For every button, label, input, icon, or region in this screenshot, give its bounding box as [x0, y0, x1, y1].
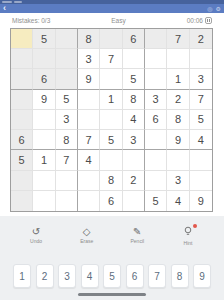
cell-r4c7[interactable]: 3 — [145, 90, 167, 110]
cell-r2c7[interactable] — [145, 49, 167, 69]
cell-r2c1[interactable] — [11, 49, 33, 69]
numpad-4[interactable]: 4 — [81, 264, 99, 288]
cell-r4c2[interactable]: 9 — [33, 90, 55, 110]
cell-r5c2[interactable] — [33, 110, 55, 130]
pencil-icon: ✎ — [133, 226, 141, 237]
lightbulb-icon — [183, 226, 193, 239]
cell-r3c4[interactable]: 9 — [78, 69, 100, 89]
cell-r5c1[interactable] — [11, 110, 33, 130]
cell-r3c3[interactable] — [56, 69, 78, 89]
toolbar: ↺ Undo ◇ Erase ✎ Pencil Hint — [24, 226, 200, 246]
cell-r2c6[interactable] — [123, 49, 145, 69]
cell-r6c8[interactable]: 9 — [167, 130, 189, 150]
cell-r8c9[interactable] — [190, 171, 212, 191]
numpad-5[interactable]: 5 — [103, 264, 121, 288]
cell-r8c4[interactable] — [78, 171, 100, 191]
cell-r9c3[interactable] — [56, 191, 78, 211]
cell-r3c8[interactable]: 1 — [167, 69, 189, 89]
cell-r7c5[interactable] — [100, 150, 122, 170]
hint-label: Hint — [184, 240, 193, 246]
cell-r3c6[interactable]: 5 — [123, 69, 145, 89]
difficulty-label: Easy — [111, 17, 125, 24]
cell-r5c5[interactable] — [100, 110, 122, 130]
undo-button[interactable]: ↺ Undo — [24, 226, 48, 246]
cell-r8c3[interactable] — [56, 171, 78, 191]
cell-r9c7[interactable]: 5 — [145, 191, 167, 211]
cell-r6c9[interactable]: 4 — [190, 130, 212, 150]
info-row: Mistakes: 0/3 Easy 00:06 — [0, 13, 224, 28]
erase-button[interactable]: ◇ Erase — [75, 226, 99, 246]
cell-r6c5[interactable]: 5 — [100, 130, 122, 150]
cell-r5c9[interactable]: 5 — [190, 110, 212, 130]
erase-label: Erase — [80, 238, 93, 244]
cell-r2c3[interactable] — [56, 49, 78, 69]
pause-icon — [209, 19, 210, 22]
cell-r3c1[interactable] — [11, 69, 33, 89]
undo-label: Undo — [30, 238, 42, 244]
cell-r5c6[interactable]: 4 — [123, 110, 145, 130]
cell-r8c5[interactable]: 8 — [100, 171, 122, 191]
numpad-8[interactable]: 8 — [171, 264, 189, 288]
undo-icon: ↺ — [32, 226, 40, 237]
cell-r4c3[interactable]: 5 — [56, 90, 78, 110]
hint-badge — [193, 224, 197, 228]
cell-r2c2[interactable] — [33, 49, 55, 69]
cell-r5c4[interactable] — [78, 110, 100, 130]
cell-r1c2[interactable]: 5 — [33, 29, 55, 49]
cell-r3c7[interactable] — [145, 69, 167, 89]
cell-r9c4[interactable] — [78, 191, 100, 211]
cell-r9c1[interactable] — [11, 191, 33, 211]
cell-r2c4[interactable]: 3 — [78, 49, 100, 69]
cell-r6c6[interactable]: 3 — [123, 130, 145, 150]
cell-r1c1[interactable] — [11, 29, 33, 49]
cell-r4c5[interactable]: 1 — [100, 90, 122, 110]
cell-r7c4[interactable]: 4 — [78, 150, 100, 170]
cell-r1c3[interactable] — [56, 29, 78, 49]
cell-r7c7[interactable] — [145, 150, 167, 170]
cell-r9c9[interactable]: 9 — [190, 191, 212, 211]
cell-r6c1[interactable]: 6 — [11, 130, 33, 150]
cell-r4c4[interactable] — [78, 90, 100, 110]
cell-r4c8[interactable]: 2 — [167, 90, 189, 110]
cell-r3c9[interactable]: 3 — [190, 69, 212, 89]
cell-r9c8[interactable]: 4 — [167, 191, 189, 211]
pencil-button[interactable]: ✎ Pencil — [125, 226, 149, 246]
cell-r2c5[interactable]: 7 — [100, 49, 122, 69]
sudoku-board: 5867237695139518327346856875394517482365… — [10, 28, 213, 212]
number-pad: 1 2 3 4 5 6 7 8 9 — [13, 264, 211, 288]
cell-r8c8[interactable]: 3 — [167, 171, 189, 191]
cell-r6c7[interactable] — [145, 130, 167, 150]
cell-r2c8[interactable] — [167, 49, 189, 69]
numpad-7[interactable]: 7 — [148, 264, 166, 288]
cell-r8c7[interactable] — [145, 171, 167, 191]
cell-r5c8[interactable]: 8 — [167, 110, 189, 130]
mistakes-counter: Mistakes: 0/3 — [12, 17, 50, 24]
cell-r7c6[interactable] — [123, 150, 145, 170]
cell-r7c2[interactable]: 1 — [33, 150, 55, 170]
cell-r1c4[interactable]: 8 — [78, 29, 100, 49]
nav-bar: ‹ ◎ ⚙ — [0, 4, 224, 13]
cell-r4c9[interactable]: 7 — [190, 90, 212, 110]
cell-r1c6[interactable]: 6 — [123, 29, 145, 49]
cell-r1c7[interactable] — [145, 29, 167, 49]
back-icon[interactable]: ‹ — [3, 4, 6, 12]
sudoku-app: ‹ ◎ ⚙ Mistakes: 0/3 Easy 00:06 586723769… — [0, 0, 224, 300]
cell-r6c3[interactable]: 8 — [56, 130, 78, 150]
cell-r8c2[interactable] — [33, 171, 55, 191]
status-text-blur — [14, 1, 22, 3]
cell-r2c9[interactable] — [190, 49, 212, 69]
numpad-9[interactable]: 9 — [193, 264, 211, 288]
home-indicator[interactable] — [78, 293, 146, 296]
theme-icon[interactable]: ◎ — [207, 6, 212, 12]
cell-r7c9[interactable] — [190, 150, 212, 170]
numpad-6[interactable]: 6 — [126, 264, 144, 288]
cell-r5c3[interactable]: 3 — [56, 110, 78, 130]
timer: 00:06 — [187, 17, 203, 24]
cell-r1c9[interactable]: 2 — [190, 29, 212, 49]
cell-r7c8[interactable] — [167, 150, 189, 170]
numpad-1[interactable]: 1 — [13, 264, 31, 288]
cell-r9c2[interactable] — [33, 191, 55, 211]
pause-icon — [207, 19, 208, 22]
eraser-icon: ◇ — [83, 226, 91, 237]
cell-r7c3[interactable]: 7 — [56, 150, 78, 170]
cell-r7c1[interactable]: 5 — [11, 150, 33, 170]
cell-r5c7[interactable]: 6 — [145, 110, 167, 130]
cell-r9c5[interactable]: 6 — [100, 191, 122, 211]
cell-r3c5[interactable] — [100, 69, 122, 89]
numpad-3[interactable]: 3 — [58, 264, 76, 288]
hint-button[interactable]: Hint — [176, 226, 200, 246]
settings-icon[interactable]: ⚙ — [216, 6, 221, 12]
cell-r3c2[interactable]: 6 — [33, 69, 55, 89]
cell-r9c6[interactable] — [123, 191, 145, 211]
cell-r6c2[interactable] — [33, 130, 55, 150]
cell-r4c1[interactable] — [11, 90, 33, 110]
numpad-2[interactable]: 2 — [36, 264, 54, 288]
cell-r4c6[interactable]: 8 — [123, 90, 145, 110]
pencil-label: Pencil — [131, 238, 145, 244]
cell-r8c1[interactable] — [11, 171, 33, 191]
cell-r6c4[interactable]: 7 — [78, 130, 100, 150]
cell-r8c6[interactable]: 2 — [123, 171, 145, 191]
cell-r1c5[interactable] — [100, 29, 122, 49]
pause-button[interactable] — [205, 17, 212, 24]
cell-r1c8[interactable]: 7 — [167, 29, 189, 49]
